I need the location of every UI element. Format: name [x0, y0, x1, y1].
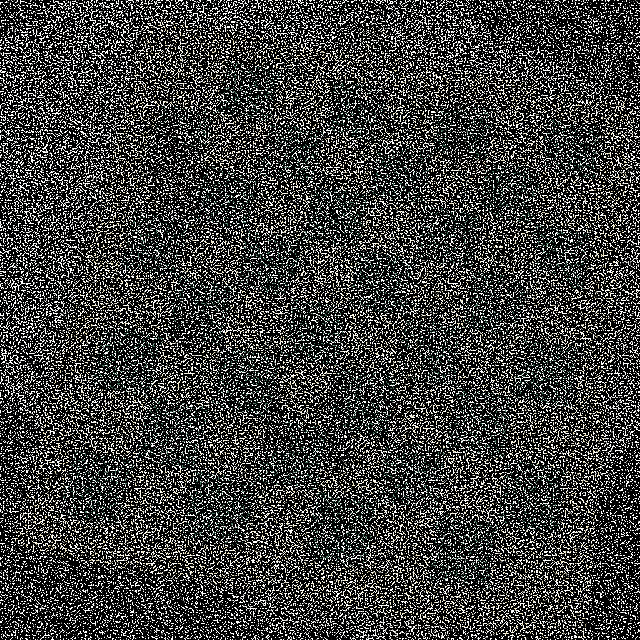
piece-black-pawn-g5[interactable]: ♟ — [255, 382, 298, 464]
piece-black-bishop-b3[interactable]: ♝ — [427, 65, 492, 181]
square-h4[interactable] — [305, 491, 377, 568]
square-f2[interactable] — [446, 387, 513, 459]
coord-label: b — [589, 180, 626, 240]
square-b4[interactable] — [369, 141, 433, 204]
coord-label: g — [558, 469, 600, 540]
square-g1[interactable] — [498, 459, 565, 534]
square-c5[interactable] — [303, 185, 369, 250]
us-chess-diamond-icon — [592, 288, 607, 303]
square-b2[interactable] — [479, 160, 541, 223]
square-b6[interactable] — [259, 122, 324, 185]
piece-black-king-d8[interactable]: ♚ — [134, 94, 217, 242]
coord-label: h — [551, 534, 593, 607]
piece-white-pawn-f3[interactable]: ♙ — [392, 329, 436, 413]
photo-stage: 87654321 87654321 abcdefgh abcfgh USCHES… — [0, 0, 640, 640]
coord-label: c — [584, 234, 622, 296]
piece-white-king-e1[interactable]: ♔ — [489, 229, 574, 384]
square-g2[interactable] — [437, 449, 505, 524]
piece-white-bishop-a5[interactable]: ♗ — [342, 0, 411, 119]
square-a6[interactable] — [270, 71, 334, 132]
square-h2[interactable] — [428, 513, 498, 590]
square-h3[interactable] — [366, 502, 437, 579]
square-b5[interactable] — [314, 132, 379, 195]
square-c3[interactable] — [415, 204, 479, 269]
us-chess-knight-diamond-icon: ♞ — [548, 603, 587, 640]
square-f1[interactable] — [505, 397, 571, 469]
knight-icon: ♞ — [561, 615, 575, 635]
square-h5[interactable] — [243, 481, 316, 558]
square-a2[interactable] — [487, 109, 548, 170]
piece-black-bishop-g4[interactable]: ♝ — [303, 361, 369, 482]
square-h1[interactable] — [489, 523, 558, 601]
coord-label: f — [565, 407, 606, 475]
square-d4[interactable] — [349, 250, 415, 317]
square-c6[interactable] — [247, 175, 314, 240]
square-c4[interactable] — [359, 195, 424, 260]
square-a1[interactable] — [541, 118, 601, 180]
square-d5[interactable] — [292, 240, 359, 307]
piece-black-pawn-f7[interactable]: ♟ — [167, 280, 212, 362]
square-g3[interactable] — [377, 438, 446, 513]
coord-label: a — [595, 127, 632, 185]
square-d3[interactable] — [406, 260, 471, 327]
